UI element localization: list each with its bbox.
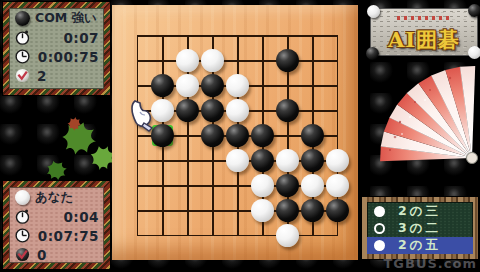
board-cell[interactable] <box>250 123 275 148</box>
move-label: 2の五 <box>398 237 441 254</box>
board-cell[interactable] <box>200 123 225 148</box>
com-move-time-row: 0:07 <box>9 28 104 47</box>
board-cell[interactable] <box>325 198 350 223</box>
board-cell[interactable] <box>150 148 175 173</box>
board-cell[interactable] <box>250 73 275 98</box>
board-cell[interactable] <box>200 223 225 248</box>
com-captures-row: 2 <box>9 66 104 85</box>
board-cell[interactable] <box>125 198 150 223</box>
board-cell[interactable] <box>125 173 150 198</box>
board-cell[interactable] <box>250 198 275 223</box>
logo-ruby-marks <box>397 16 453 20</box>
black-stone <box>301 149 324 172</box>
white-stone <box>226 149 249 172</box>
board-cell[interactable] <box>325 223 350 248</box>
com-player-name: COM 強い <box>35 10 97 27</box>
black-stone <box>201 124 224 147</box>
board-cell[interactable] <box>225 123 250 148</box>
white-stone <box>326 149 349 172</box>
board-cell[interactable] <box>125 23 150 48</box>
you-move-time: 0:04 <box>30 209 99 225</box>
game-screen: COM 強い 0:07 0:00:75 2 <box>0 0 480 272</box>
black-move-stone-icon <box>374 206 385 217</box>
com-total-time-row: 0:00:75 <box>9 47 104 66</box>
com-name-row: COM 強い <box>9 9 104 28</box>
white-stone <box>226 99 249 122</box>
board-cell[interactable] <box>175 173 200 198</box>
board-cell[interactable] <box>175 48 200 73</box>
black-stone <box>201 74 224 97</box>
black-stone <box>276 49 299 72</box>
captured-white-stone-icon <box>15 68 30 83</box>
board-cell[interactable] <box>250 48 275 73</box>
black-stone <box>301 124 324 147</box>
white-stone <box>176 49 199 72</box>
board-cell[interactable] <box>300 73 325 98</box>
white-stone <box>201 49 224 72</box>
board-cell[interactable] <box>300 148 325 173</box>
board-cell[interactable] <box>125 148 150 173</box>
com-move-time: 0:07 <box>30 30 99 46</box>
black-stone <box>251 149 274 172</box>
board-cell[interactable] <box>200 98 225 123</box>
black-stone <box>276 199 299 222</box>
board-cell[interactable] <box>275 98 300 123</box>
board-cell[interactable] <box>300 98 325 123</box>
board-cell[interactable] <box>150 173 175 198</box>
black-stone <box>226 124 249 147</box>
hand-cursor-icon <box>128 100 156 132</box>
board-cell[interactable] <box>200 173 225 198</box>
board-cell[interactable] <box>225 48 250 73</box>
white-stone <box>276 224 299 247</box>
black-stone <box>276 99 299 122</box>
board-cell[interactable] <box>225 148 250 173</box>
stopwatch-icon <box>15 30 30 45</box>
white-stone <box>176 74 199 97</box>
you-player-panel: あなた 0:04 0:07:75 0 <box>3 181 110 269</box>
board-cell[interactable] <box>175 223 200 248</box>
board-cell[interactable] <box>175 73 200 98</box>
move-label: 2の三 <box>398 203 441 220</box>
go-board-grid <box>125 23 350 248</box>
board-cell[interactable] <box>150 23 175 48</box>
board-cell[interactable] <box>225 23 250 48</box>
clock-icon <box>15 49 30 64</box>
board-cell[interactable] <box>200 198 225 223</box>
board-cell[interactable] <box>275 198 300 223</box>
game-logo-title: AI囲碁 <box>388 29 460 55</box>
board-cell[interactable] <box>225 98 250 123</box>
stopwatch-icon <box>15 209 30 224</box>
move-label: 3の二 <box>398 220 441 237</box>
board-cell[interactable] <box>300 23 325 48</box>
white-stone <box>276 149 299 172</box>
watermark: TGBUS.com <box>384 256 478 271</box>
com-total-time: 0:00:75 <box>30 49 99 65</box>
board-cell[interactable] <box>150 48 175 73</box>
black-stone <box>176 99 199 122</box>
board-cell[interactable] <box>175 198 200 223</box>
folding-fan-decoration <box>360 62 480 166</box>
board-cell[interactable] <box>325 173 350 198</box>
you-captures-row: 0 <box>9 245 104 264</box>
logo-black-stone-icon <box>468 4 480 17</box>
move-list-row[interactable]: 2の五 <box>367 237 473 254</box>
white-stone <box>226 74 249 97</box>
board-cell[interactable] <box>250 23 275 48</box>
white-stone-icon <box>15 190 30 205</box>
board-cell[interactable] <box>250 148 275 173</box>
board-cell[interactable] <box>275 223 300 248</box>
black-stone <box>251 124 274 147</box>
clock-icon <box>15 228 30 243</box>
you-name-row: あなた <box>9 188 104 207</box>
board-cell[interactable] <box>175 123 200 148</box>
board-cell[interactable] <box>325 23 350 48</box>
board-cell[interactable] <box>300 223 325 248</box>
board-cell[interactable] <box>150 223 175 248</box>
you-player-name: あなた <box>35 189 73 206</box>
black-stone <box>151 74 174 97</box>
you-total-time-row: 0:07:75 <box>9 226 104 245</box>
game-logo: AI囲碁 <box>371 9 477 55</box>
board-cell[interactable] <box>325 73 350 98</box>
board-cell[interactable] <box>200 148 225 173</box>
board-cell[interactable] <box>150 73 175 98</box>
captured-black-stone-icon <box>15 247 30 262</box>
move-list-row[interactable]: 2の三 <box>367 203 473 220</box>
logo-white-stone-icon <box>468 46 480 59</box>
you-move-time-row: 0:04 <box>9 207 104 226</box>
white-move-stone-icon <box>374 223 385 234</box>
move-list-panel: 2の三 3の二 2の五 <box>362 197 478 259</box>
board-cell[interactable] <box>275 48 300 73</box>
board-cell[interactable] <box>250 98 275 123</box>
board-cell[interactable] <box>300 123 325 148</box>
you-total-time: 0:07:75 <box>30 228 99 244</box>
board-cell[interactable] <box>300 173 325 198</box>
board-cell[interactable] <box>200 48 225 73</box>
board-cell[interactable] <box>300 48 325 73</box>
board-cell[interactable] <box>325 48 350 73</box>
board-cell[interactable] <box>225 173 250 198</box>
maple-leaves-decoration <box>38 96 116 181</box>
black-stone <box>301 199 324 222</box>
go-board <box>112 5 358 260</box>
logo-black-stone-icon <box>366 47 379 60</box>
logo-white-stone-icon <box>367 5 380 18</box>
black-move-stone-icon <box>374 240 385 251</box>
board-cell[interactable] <box>225 73 250 98</box>
white-stone <box>251 174 274 197</box>
board-cell[interactable] <box>150 198 175 223</box>
board-cell[interactable] <box>125 223 150 248</box>
board-cell[interactable] <box>225 198 250 223</box>
black-stone-icon <box>15 11 30 26</box>
board-cell[interactable] <box>250 223 275 248</box>
board-cell[interactable] <box>175 23 200 48</box>
board-cell[interactable] <box>225 223 250 248</box>
black-stone <box>326 199 349 222</box>
board-cell[interactable] <box>275 73 300 98</box>
board-cell[interactable] <box>325 123 350 148</box>
board-cell[interactable] <box>175 148 200 173</box>
board-cell[interactable] <box>325 148 350 173</box>
board-cell[interactable] <box>175 98 200 123</box>
board-cell[interactable] <box>275 23 300 48</box>
board-cell[interactable] <box>300 198 325 223</box>
white-stone <box>301 174 324 197</box>
board-cell[interactable] <box>200 73 225 98</box>
com-player-panel: COM 強い 0:07 0:00:75 2 <box>3 2 110 95</box>
board-cell[interactable] <box>125 73 150 98</box>
white-stone <box>326 174 349 197</box>
board-cell[interactable] <box>200 23 225 48</box>
move-list-row[interactable]: 3の二 <box>367 220 473 237</box>
you-captures: 0 <box>37 247 46 263</box>
black-stone <box>201 99 224 122</box>
board-cell[interactable] <box>275 148 300 173</box>
board-cell[interactable] <box>250 173 275 198</box>
board-cell[interactable] <box>275 123 300 148</box>
com-captures: 2 <box>37 68 46 84</box>
board-cell[interactable] <box>325 98 350 123</box>
white-stone <box>251 199 274 222</box>
black-stone <box>276 174 299 197</box>
board-cell[interactable] <box>125 48 150 73</box>
board-cell[interactable] <box>275 173 300 198</box>
